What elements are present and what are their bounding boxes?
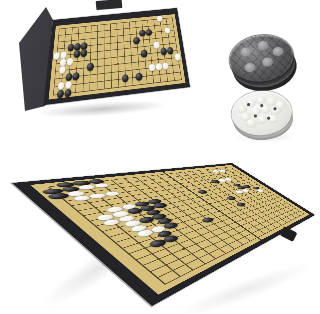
black-stone xyxy=(167,47,174,55)
black-stone xyxy=(80,49,87,57)
open-board-latch xyxy=(280,226,298,242)
white-stone xyxy=(153,41,160,49)
white-stone xyxy=(66,58,73,66)
white-stone xyxy=(59,66,66,75)
folded-board-hinge-clasp xyxy=(96,0,123,10)
black-stone xyxy=(72,72,79,81)
black-stone xyxy=(141,50,148,58)
folded-go-board-face xyxy=(44,8,190,105)
white-case-stone xyxy=(241,112,252,121)
black-stone xyxy=(145,29,152,36)
open-board-grid xyxy=(30,165,309,295)
white-stone xyxy=(174,53,181,61)
white-case-speck xyxy=(273,107,276,110)
white-case-stone xyxy=(256,96,267,105)
white-case-shadow xyxy=(234,132,296,142)
white-case-speck xyxy=(254,115,257,118)
white-stone xyxy=(57,81,65,90)
white-case-speck xyxy=(260,104,263,107)
folded-board-grid xyxy=(49,14,186,99)
white-stone xyxy=(164,27,171,34)
black-stone xyxy=(64,88,72,97)
white-case-stone xyxy=(237,104,248,113)
white-case-stone xyxy=(268,114,279,123)
white-case-stone xyxy=(246,119,257,128)
black-stone xyxy=(133,37,140,45)
white-case-stone xyxy=(266,97,277,106)
star-point xyxy=(75,67,77,69)
black-case-stone-spot xyxy=(244,62,256,72)
product-photo-scene: { "game": "Go (Weiqi / Baduk) - magnetic… xyxy=(0,0,320,314)
black-case-stone-spot xyxy=(261,57,273,67)
white-case-speck xyxy=(267,117,270,120)
white-case-stone xyxy=(250,107,261,116)
white-stone xyxy=(65,80,73,89)
white-stone xyxy=(162,62,169,70)
white-case-stone xyxy=(257,115,268,124)
white-case-stone xyxy=(270,106,281,115)
black-stone xyxy=(122,74,129,83)
white-stone xyxy=(53,52,60,60)
black-stone xyxy=(135,72,142,81)
black-case-stone-spot xyxy=(272,46,284,56)
white-case-speck xyxy=(247,103,250,106)
black-case-stone-spot xyxy=(240,47,252,57)
white-case-stone xyxy=(275,101,286,110)
white-case-stone xyxy=(260,105,271,114)
white-case-stone xyxy=(246,99,257,108)
black-case-stone-spot xyxy=(257,40,269,50)
black-stone xyxy=(87,63,94,72)
open-go-board xyxy=(12,163,315,306)
white-case-lid xyxy=(230,89,293,137)
star-point xyxy=(117,63,119,65)
white-stone xyxy=(156,15,163,22)
black-stone xyxy=(74,50,81,58)
black-stone xyxy=(56,89,64,98)
black-case-shadow xyxy=(232,76,298,88)
